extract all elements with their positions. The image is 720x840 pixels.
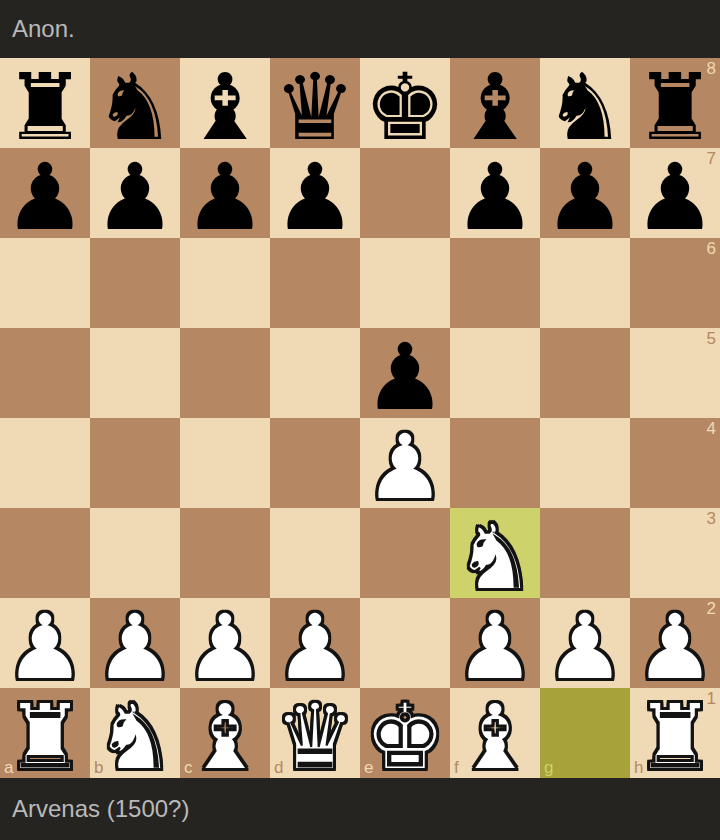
square-h4[interactable]: 4 bbox=[630, 418, 720, 508]
rank-label-3: 3 bbox=[707, 510, 716, 527]
square-e5[interactable]: ♟ bbox=[360, 328, 450, 418]
black-pawn[interactable]: ♟ bbox=[634, 152, 716, 244]
square-a4[interactable] bbox=[0, 418, 90, 508]
square-h3[interactable]: 3 bbox=[630, 508, 720, 598]
square-a6[interactable] bbox=[0, 238, 90, 328]
square-f1[interactable]: ♝f bbox=[450, 688, 540, 778]
square-e4[interactable]: ♟ bbox=[360, 418, 450, 508]
white-pawn[interactable]: ♟ bbox=[274, 602, 356, 694]
square-f5[interactable] bbox=[450, 328, 540, 418]
rank-label-4: 4 bbox=[707, 420, 716, 437]
black-pawn[interactable]: ♟ bbox=[274, 152, 356, 244]
square-c5[interactable] bbox=[180, 328, 270, 418]
black-pawn[interactable]: ♟ bbox=[364, 332, 446, 424]
white-king[interactable]: ♚ bbox=[364, 692, 446, 784]
white-pawn[interactable]: ♟ bbox=[184, 602, 266, 694]
square-f6[interactable] bbox=[450, 238, 540, 328]
square-d4[interactable] bbox=[270, 418, 360, 508]
white-queen[interactable]: ♛ bbox=[274, 692, 356, 784]
player-bottom-name[interactable]: Arvenas (1500?) bbox=[12, 797, 189, 821]
square-h6[interactable]: 6 bbox=[630, 238, 720, 328]
square-c6[interactable] bbox=[180, 238, 270, 328]
square-e8[interactable]: ♚ bbox=[360, 58, 450, 148]
square-b3[interactable] bbox=[90, 508, 180, 598]
square-g4[interactable] bbox=[540, 418, 630, 508]
square-h8[interactable]: ♜8 bbox=[630, 58, 720, 148]
square-g2[interactable]: ♟ bbox=[540, 598, 630, 688]
square-d2[interactable]: ♟ bbox=[270, 598, 360, 688]
file-label-g: g bbox=[544, 759, 553, 776]
square-e1[interactable]: ♚e bbox=[360, 688, 450, 778]
square-d5[interactable] bbox=[270, 328, 360, 418]
square-e6[interactable] bbox=[360, 238, 450, 328]
square-f7[interactable]: ♟ bbox=[450, 148, 540, 238]
square-d3[interactable] bbox=[270, 508, 360, 598]
black-bishop[interactable]: ♝ bbox=[184, 62, 266, 154]
white-pawn[interactable]: ♟ bbox=[94, 602, 176, 694]
square-h7[interactable]: ♟7 bbox=[630, 148, 720, 238]
square-f4[interactable] bbox=[450, 418, 540, 508]
square-e2[interactable] bbox=[360, 598, 450, 688]
black-queen[interactable]: ♛ bbox=[274, 62, 356, 154]
white-knight[interactable]: ♞ bbox=[454, 512, 536, 604]
black-pawn[interactable]: ♟ bbox=[184, 152, 266, 244]
rank-label-5: 5 bbox=[707, 330, 716, 347]
square-h5[interactable]: 5 bbox=[630, 328, 720, 418]
square-c7[interactable]: ♟ bbox=[180, 148, 270, 238]
square-d7[interactable]: ♟ bbox=[270, 148, 360, 238]
square-f3[interactable]: ♞ bbox=[450, 508, 540, 598]
square-a2[interactable]: ♟ bbox=[0, 598, 90, 688]
black-pawn[interactable]: ♟ bbox=[544, 152, 626, 244]
square-b4[interactable] bbox=[90, 418, 180, 508]
white-pawn[interactable]: ♟ bbox=[364, 422, 446, 514]
square-g6[interactable] bbox=[540, 238, 630, 328]
square-c8[interactable]: ♝ bbox=[180, 58, 270, 148]
chess-board[interactable]: ♜♞♝♛♚♝♞♜8♟♟♟♟♟♟♟76♟5♟4♞3♟♟♟♟♟♟♟2♜a♞b♝c♛d… bbox=[0, 58, 720, 778]
white-pawn[interactable]: ♟ bbox=[454, 602, 536, 694]
square-g5[interactable] bbox=[540, 328, 630, 418]
white-rook[interactable]: ♜ bbox=[634, 692, 716, 784]
square-a7[interactable]: ♟ bbox=[0, 148, 90, 238]
square-d1[interactable]: ♛d bbox=[270, 688, 360, 778]
square-c2[interactable]: ♟ bbox=[180, 598, 270, 688]
black-knight[interactable]: ♞ bbox=[544, 62, 626, 154]
square-b1[interactable]: ♞b bbox=[90, 688, 180, 778]
game-window: Anon. ♜♞♝♛♚♝♞♜8♟♟♟♟♟♟♟76♟5♟4♞3♟♟♟♟♟♟♟2♜a… bbox=[0, 0, 720, 840]
black-pawn[interactable]: ♟ bbox=[94, 152, 176, 244]
square-b5[interactable] bbox=[90, 328, 180, 418]
black-knight[interactable]: ♞ bbox=[94, 62, 176, 154]
square-c1[interactable]: ♝c bbox=[180, 688, 270, 778]
white-bishop[interactable]: ♝ bbox=[454, 692, 536, 784]
square-e7[interactable] bbox=[360, 148, 450, 238]
square-h2[interactable]: ♟2 bbox=[630, 598, 720, 688]
square-g3[interactable] bbox=[540, 508, 630, 598]
square-g8[interactable]: ♞ bbox=[540, 58, 630, 148]
square-a8[interactable]: ♜ bbox=[0, 58, 90, 148]
square-a3[interactable] bbox=[0, 508, 90, 598]
white-pawn[interactable]: ♟ bbox=[544, 602, 626, 694]
black-rook[interactable]: ♜ bbox=[634, 62, 716, 154]
square-e3[interactable] bbox=[360, 508, 450, 598]
square-d6[interactable] bbox=[270, 238, 360, 328]
rank-label-6: 6 bbox=[707, 240, 716, 257]
white-pawn[interactable]: ♟ bbox=[634, 602, 716, 694]
player-top-name: Anon. bbox=[12, 17, 75, 41]
square-b6[interactable] bbox=[90, 238, 180, 328]
square-d8[interactable]: ♛ bbox=[270, 58, 360, 148]
white-bishop[interactable]: ♝ bbox=[184, 692, 266, 784]
square-g1[interactable]: g bbox=[540, 688, 630, 778]
square-c4[interactable] bbox=[180, 418, 270, 508]
black-bishop[interactable]: ♝ bbox=[454, 62, 536, 154]
square-g7[interactable]: ♟ bbox=[540, 148, 630, 238]
white-knight[interactable]: ♞ bbox=[94, 692, 176, 784]
square-h1[interactable]: ♜h1 bbox=[630, 688, 720, 778]
square-f2[interactable]: ♟ bbox=[450, 598, 540, 688]
white-pawn[interactable]: ♟ bbox=[4, 602, 86, 694]
player-top-bar: Anon. bbox=[0, 0, 720, 58]
black-pawn[interactable]: ♟ bbox=[454, 152, 536, 244]
black-rook[interactable]: ♜ bbox=[4, 62, 86, 154]
square-b8[interactable]: ♞ bbox=[90, 58, 180, 148]
black-pawn[interactable]: ♟ bbox=[4, 152, 86, 244]
white-rook[interactable]: ♜ bbox=[4, 692, 86, 784]
square-a5[interactable] bbox=[0, 328, 90, 418]
square-b2[interactable]: ♟ bbox=[90, 598, 180, 688]
square-b7[interactable]: ♟ bbox=[90, 148, 180, 238]
black-king[interactable]: ♚ bbox=[364, 62, 446, 154]
square-c3[interactable] bbox=[180, 508, 270, 598]
square-a1[interactable]: ♜a bbox=[0, 688, 90, 778]
square-f8[interactable]: ♝ bbox=[450, 58, 540, 148]
